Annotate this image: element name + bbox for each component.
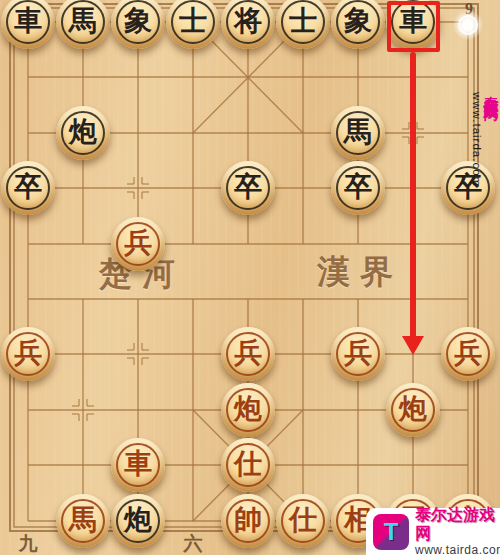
piece-glyph: 馬 (69, 506, 97, 534)
piece-glyph: 象 (124, 7, 152, 35)
watermark-corner-title: 泰尔达游戏网 (415, 506, 500, 543)
piece-black-士[interactable]: 士 (166, 0, 220, 49)
watermark-corner: T 泰尔达游戏网 www.tairda.com (366, 508, 500, 555)
piece-red-兵[interactable]: 兵 (221, 327, 275, 381)
watermark-logo-icon: T (373, 514, 409, 550)
xiangqi-board: 楚河 漢界 9 九 六 車馬象士将士象車炮馬卒卒卒卒炮兵兵兵兵兵炮炮車仕馬帥仕相… (0, 0, 500, 555)
piece-glyph: 象 (344, 7, 372, 35)
piece-glyph: 炮 (399, 395, 427, 423)
piece-red-炮[interactable]: 炮 (386, 383, 440, 437)
piece-glyph: 兵 (14, 339, 42, 367)
piece-black-卒[interactable]: 卒 (331, 161, 385, 215)
piece-red-兵[interactable]: 兵 (111, 217, 165, 271)
piece-glyph: 兵 (454, 339, 482, 367)
piece-glyph: 車 (124, 450, 152, 478)
piece-glyph: 帥 (234, 506, 262, 534)
piece-glyph: 卒 (344, 173, 372, 201)
piece-black-士[interactable]: 士 (276, 0, 330, 49)
piece-red-兵[interactable]: 兵 (1, 327, 55, 381)
piece-glyph: 炮 (69, 118, 97, 146)
piece-glyph: 士 (289, 7, 317, 35)
piece-red-仕[interactable]: 仕 (221, 438, 275, 492)
piece-red-車[interactable]: 車 (111, 438, 165, 492)
highlight-box (387, 1, 440, 52)
piece-glyph: 兵 (234, 339, 262, 367)
watermark-corner-url: www.tairda.com (415, 543, 500, 555)
piece-glyph: 炮 (124, 506, 152, 534)
piece-glyph: 馬 (69, 7, 97, 35)
watermark-logo-letter: T (384, 520, 399, 544)
piece-glyph: 馬 (344, 118, 372, 146)
piece-red-兵[interactable]: 兵 (441, 327, 495, 381)
piece-red-帥[interactable]: 帥 (221, 494, 275, 548)
piece-glyph: 炮 (234, 395, 262, 423)
piece-glyph: 仕 (234, 450, 262, 478)
move-arrow-shaft (410, 52, 416, 338)
last-move-glow-marker (453, 10, 483, 40)
piece-glyph: 兵 (124, 229, 152, 257)
glow-ring (458, 15, 478, 35)
piece-black-卒[interactable]: 卒 (1, 161, 55, 215)
watermark-side-title: 泰尔达游戏网 (483, 84, 500, 187)
piece-red-仕[interactable]: 仕 (276, 494, 330, 548)
watermark-side: 泰尔达游戏网 www.tairda.com (470, 84, 499, 187)
watermark-side-url: www.tairda.com (470, 92, 483, 187)
piece-black-象[interactable]: 象 (111, 0, 165, 49)
piece-black-炮[interactable]: 炮 (56, 106, 110, 160)
piece-black-馬[interactable]: 馬 (331, 106, 385, 160)
piece-glyph: 卒 (234, 173, 262, 201)
piece-black-将[interactable]: 将 (221, 0, 275, 49)
piece-red-兵[interactable]: 兵 (331, 327, 385, 381)
piece-red-馬[interactable]: 馬 (56, 494, 110, 548)
piece-black-象[interactable]: 象 (331, 0, 385, 49)
piece-black-卒[interactable]: 卒 (221, 161, 275, 215)
pieces-layer: 車馬象士将士象車炮馬卒卒卒卒炮兵兵兵兵兵炮炮車仕馬帥仕相馬車 (1, 0, 496, 548)
piece-black-馬[interactable]: 馬 (56, 0, 110, 49)
piece-black-車[interactable]: 車 (1, 0, 55, 49)
piece-glyph: 兵 (344, 339, 372, 367)
watermark-text-block: 泰尔达游戏网 www.tairda.com (415, 506, 500, 555)
piece-glyph: 士 (179, 7, 207, 35)
piece-glyph: 将 (234, 7, 262, 35)
piece-glyph: 車 (14, 7, 42, 35)
move-arrow-head-icon (402, 336, 424, 355)
piece-red-炮[interactable]: 炮 (221, 383, 275, 437)
piece-black-炮[interactable]: 炮 (111, 494, 165, 548)
piece-glyph: 卒 (14, 173, 42, 201)
piece-glyph: 仕 (289, 506, 317, 534)
